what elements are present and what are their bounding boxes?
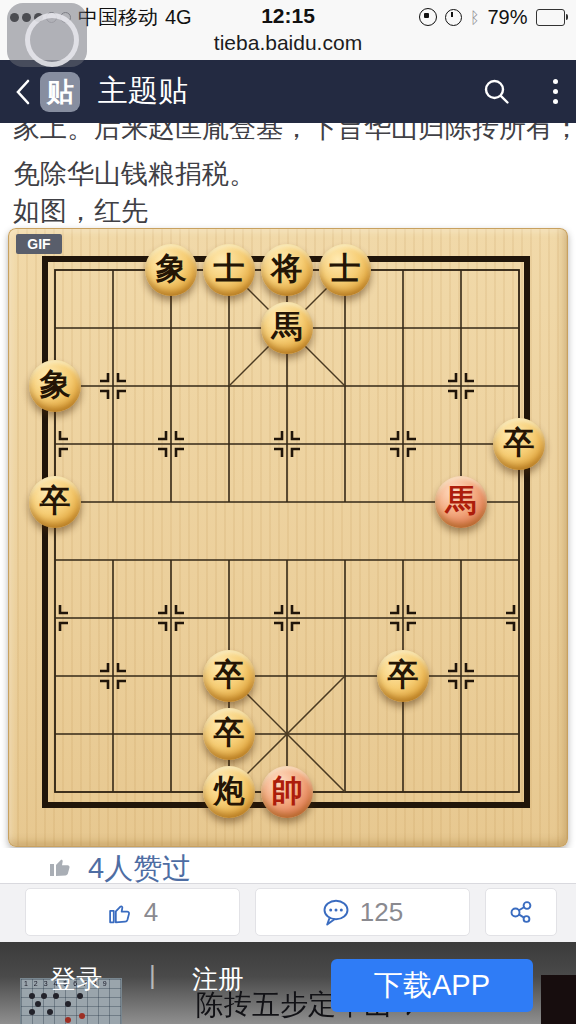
thumbs-up-icon	[48, 853, 74, 879]
piece-glyph: 卒	[214, 712, 245, 754]
bluetooth-icon: ᛒ	[470, 8, 480, 27]
piece-black-elephant[interactable]: 象	[29, 360, 81, 412]
piece-black-soldier[interactable]: 卒	[203, 650, 255, 702]
back-chevron-icon[interactable]	[14, 77, 32, 107]
xiangqi-board-image[interactable]: GIF 象士将士馬象卒卒馬卒卒卒炮帥	[8, 228, 568, 847]
piece-glyph: 将	[272, 248, 303, 290]
piece-black-advisor[interactable]: 士	[319, 244, 371, 296]
post-body: 家上。后来赵匡胤登基，下旨华山归陈抟所有； 免除华山钱粮捐税。 如图，红先	[0, 123, 576, 228]
thumbnail-piece-dot	[79, 1013, 85, 1019]
gif-badge: GIF	[16, 234, 62, 254]
piece-black-soldier[interactable]: 卒	[203, 708, 255, 760]
piece-glyph: 士	[330, 248, 361, 290]
thumbnail-piece-dot	[47, 1009, 53, 1015]
piece-glyph: 卒	[214, 654, 245, 696]
corner-thumbnail	[541, 975, 576, 1024]
piece-red-horse[interactable]: 馬	[435, 476, 487, 528]
nav-bar: 贴 主题贴	[0, 60, 576, 123]
phone-screen: 中国移动 4G 12:15 ᛒ 79% tieba.baidu.com 贴 主题…	[0, 0, 576, 1024]
orientation-lock-icon	[419, 8, 437, 26]
register-link[interactable]: 注册	[192, 962, 244, 997]
thumbnail-piece-dot	[29, 1009, 35, 1015]
post-text-line: 如图，红先	[13, 193, 148, 228]
piece-glyph: 象	[156, 248, 187, 290]
bottom-app-bar: 1 2 3 4 5 6 7 8 9 陈抟五步定华山 讠 登录 | 注册 下载AP…	[0, 942, 576, 1024]
piece-black-soldier[interactable]: 卒	[493, 418, 545, 470]
page-title: 主题贴	[98, 71, 483, 112]
piece-black-soldier[interactable]: 卒	[29, 476, 81, 528]
post-text-line: 免除华山钱粮捐税。	[13, 156, 256, 192]
thumbs-up-icon	[107, 899, 134, 926]
piece-red-general[interactable]: 帥	[261, 766, 313, 818]
piece-glyph: 象	[40, 364, 71, 406]
comment-button[interactable]: 125	[255, 888, 470, 936]
battery-percent-label: 79%	[487, 6, 527, 29]
more-menu-icon[interactable]	[549, 75, 562, 108]
assistive-touch-ring	[25, 13, 79, 67]
share-button[interactable]	[485, 888, 557, 936]
comment-count: 125	[360, 897, 403, 928]
thumbnail-piece-dot	[29, 993, 35, 999]
piece-black-advisor[interactable]: 士	[203, 244, 255, 296]
piece-glyph: 卒	[388, 654, 419, 696]
xiangqi-board-grid: 象士将士馬象卒卒馬卒卒卒炮帥	[26, 241, 548, 821]
thumbnail-piece-dot	[35, 1001, 41, 1007]
piece-glyph: 帥	[272, 770, 303, 812]
piece-glyph: 馬	[446, 480, 477, 522]
like-summary-row: 4人赞过	[0, 848, 576, 883]
login-link[interactable]: 登录	[50, 962, 102, 997]
piece-black-horse[interactable]: 馬	[261, 302, 313, 354]
share-icon	[508, 899, 534, 925]
piece-glyph: 卒	[40, 480, 71, 522]
login-register-divider: |	[149, 960, 156, 991]
download-app-button[interactable]: 下载APP	[331, 959, 533, 1012]
battery-icon	[536, 9, 569, 26]
assistive-touch-button[interactable]	[7, 3, 87, 67]
alarm-icon	[445, 9, 462, 26]
like-count: 4	[144, 897, 158, 928]
thumbnail-piece-dot	[65, 1017, 71, 1023]
piece-glyph: 馬	[272, 306, 303, 348]
like-button[interactable]: 4	[25, 888, 240, 936]
comment-bubble-icon	[322, 899, 350, 926]
thumbnail-piece-dot	[65, 1001, 71, 1007]
post-text-clipped: 家上。后来赵匡胤登基，下旨华山归陈抟所有；	[13, 123, 576, 146]
piece-black-general[interactable]: 将	[261, 244, 313, 296]
piece-black-elephant[interactable]: 象	[145, 244, 197, 296]
piece-black-cannon[interactable]: 炮	[203, 766, 255, 818]
search-icon[interactable]	[483, 78, 511, 106]
thumbnail-piece-dot	[41, 993, 47, 999]
piece-glyph: 炮	[214, 770, 245, 812]
tieba-app-badge[interactable]: 贴	[40, 72, 80, 112]
piece-black-soldier[interactable]: 卒	[377, 650, 429, 702]
action-button-panel: 4 125	[0, 883, 576, 942]
piece-glyph: 卒	[504, 422, 535, 464]
piece-glyph: 士	[214, 248, 245, 290]
